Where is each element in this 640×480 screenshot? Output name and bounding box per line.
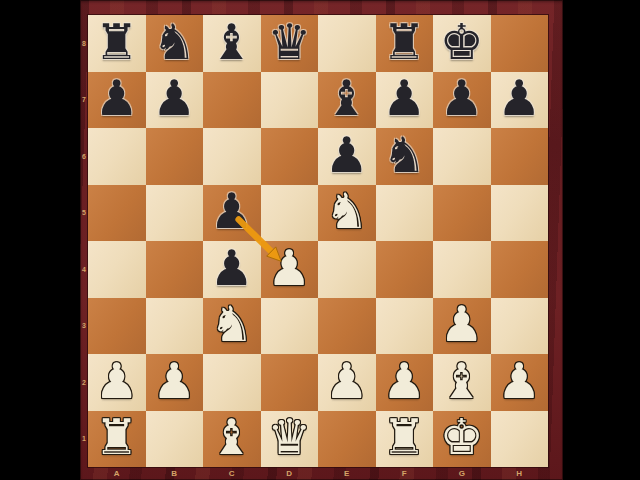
white-pawn: ♟ <box>95 357 139 406</box>
square-b3[interactable] <box>146 298 204 355</box>
file-label-g: G <box>433 467 491 480</box>
white-pawn: ♟ <box>382 357 426 406</box>
square-e5[interactable]: ♞ <box>318 185 376 242</box>
white-knight: ♞ <box>325 187 369 236</box>
square-a3[interactable] <box>88 298 146 355</box>
file-label-f: F <box>376 467 434 480</box>
square-a8[interactable]: ♜ <box>88 15 146 72</box>
square-a6[interactable] <box>88 128 146 185</box>
square-d4[interactable]: ♟ <box>261 241 319 298</box>
square-g2[interactable]: ♝ <box>433 354 491 411</box>
square-e8[interactable] <box>318 15 376 72</box>
white-pawn: ♟ <box>267 244 311 293</box>
square-c6[interactable] <box>203 128 261 185</box>
black-bishop: ♝ <box>210 18 254 67</box>
square-a5[interactable] <box>88 185 146 242</box>
rank-labels: 87654321 <box>80 15 88 467</box>
square-g6[interactable] <box>433 128 491 185</box>
square-b1[interactable] <box>146 411 204 468</box>
video-frame: 87654321 ♜♞♝♛♜♚♟♟♝♟♟♟♟♞♟♞♟♟♞♟♟♟♟♟♝♟♜♝♛♜♚… <box>0 0 640 480</box>
file-labels: ABCDEFGH <box>88 467 548 480</box>
rank-label-7: 7 <box>80 72 88 129</box>
square-d8[interactable]: ♛ <box>261 15 319 72</box>
black-bishop: ♝ <box>325 74 369 123</box>
black-pawn: ♟ <box>210 187 254 236</box>
black-pawn: ♟ <box>497 74 541 123</box>
square-b7[interactable]: ♟ <box>146 72 204 129</box>
square-h1[interactable] <box>491 411 549 468</box>
square-h8[interactable] <box>491 15 549 72</box>
square-b4[interactable] <box>146 241 204 298</box>
square-e1[interactable] <box>318 411 376 468</box>
square-c7[interactable] <box>203 72 261 129</box>
square-g1[interactable]: ♚ <box>433 411 491 468</box>
board-frame: 87654321 ♜♞♝♛♜♚♟♟♝♟♟♟♟♞♟♞♟♟♞♟♟♟♟♟♝♟♜♝♛♜♚… <box>80 0 563 480</box>
white-pawn: ♟ <box>497 357 541 406</box>
square-f8[interactable]: ♜ <box>376 15 434 72</box>
square-b8[interactable]: ♞ <box>146 15 204 72</box>
square-g7[interactable]: ♟ <box>433 72 491 129</box>
square-h2[interactable]: ♟ <box>491 354 549 411</box>
square-h7[interactable]: ♟ <box>491 72 549 129</box>
rank-label-1: 1 <box>80 411 88 468</box>
white-knight: ♞ <box>210 300 254 349</box>
square-g5[interactable] <box>433 185 491 242</box>
rank-label-5: 5 <box>80 185 88 242</box>
white-pawn: ♟ <box>325 357 369 406</box>
square-e7[interactable]: ♝ <box>318 72 376 129</box>
file-label-e: E <box>318 467 376 480</box>
square-a2[interactable]: ♟ <box>88 354 146 411</box>
square-d2[interactable] <box>261 354 319 411</box>
white-pawn: ♟ <box>440 300 484 349</box>
square-h6[interactable] <box>491 128 549 185</box>
white-queen: ♛ <box>267 413 311 462</box>
file-label-b: B <box>146 467 204 480</box>
square-f5[interactable] <box>376 185 434 242</box>
black-pawn: ♟ <box>210 244 254 293</box>
square-a4[interactable] <box>88 241 146 298</box>
square-c8[interactable]: ♝ <box>203 15 261 72</box>
rank-label-8: 8 <box>80 15 88 72</box>
rank-label-6: 6 <box>80 128 88 185</box>
square-g3[interactable]: ♟ <box>433 298 491 355</box>
square-g8[interactable]: ♚ <box>433 15 491 72</box>
white-king: ♚ <box>440 413 484 462</box>
letterbox-right <box>563 0 640 480</box>
file-label-a: A <box>88 467 146 480</box>
square-d7[interactable] <box>261 72 319 129</box>
file-label-h: H <box>491 467 549 480</box>
square-e3[interactable] <box>318 298 376 355</box>
white-rook: ♜ <box>382 413 426 462</box>
square-e6[interactable]: ♟ <box>318 128 376 185</box>
black-queen: ♛ <box>267 18 311 67</box>
file-label-c: C <box>203 467 261 480</box>
square-f1[interactable]: ♜ <box>376 411 434 468</box>
square-f4[interactable] <box>376 241 434 298</box>
white-rook: ♜ <box>95 413 139 462</box>
square-b6[interactable] <box>146 128 204 185</box>
square-a7[interactable]: ♟ <box>88 72 146 129</box>
square-c2[interactable] <box>203 354 261 411</box>
file-label-d: D <box>261 467 319 480</box>
square-d6[interactable] <box>261 128 319 185</box>
square-c3[interactable]: ♞ <box>203 298 261 355</box>
square-c5[interactable]: ♟ <box>203 185 261 242</box>
square-f3[interactable] <box>376 298 434 355</box>
black-knight: ♞ <box>152 18 196 67</box>
square-g4[interactable] <box>433 241 491 298</box>
square-h5[interactable] <box>491 185 549 242</box>
square-b5[interactable] <box>146 185 204 242</box>
square-f6[interactable]: ♞ <box>376 128 434 185</box>
rank-label-2: 2 <box>80 354 88 411</box>
square-c1[interactable]: ♝ <box>203 411 261 468</box>
square-d3[interactable] <box>261 298 319 355</box>
rank-label-4: 4 <box>80 241 88 298</box>
square-d1[interactable]: ♛ <box>261 411 319 468</box>
square-c4[interactable]: ♟ <box>203 241 261 298</box>
square-b2[interactable]: ♟ <box>146 354 204 411</box>
square-f7[interactable]: ♟ <box>376 72 434 129</box>
black-king: ♚ <box>440 18 484 67</box>
chess-board: ♜♞♝♛♜♚♟♟♝♟♟♟♟♞♟♞♟♟♞♟♟♟♟♟♝♟♜♝♛♜♚ <box>88 15 548 467</box>
letterbox-left <box>0 0 80 480</box>
square-e4[interactable] <box>318 241 376 298</box>
black-rook: ♜ <box>95 18 139 67</box>
black-pawn: ♟ <box>440 74 484 123</box>
square-h4[interactable] <box>491 241 549 298</box>
rank-label-3: 3 <box>80 298 88 355</box>
square-f2[interactable]: ♟ <box>376 354 434 411</box>
black-rook: ♜ <box>382 18 426 67</box>
black-knight: ♞ <box>382 131 426 180</box>
black-pawn: ♟ <box>95 74 139 123</box>
white-bishop: ♝ <box>440 357 484 406</box>
square-h3[interactable] <box>491 298 549 355</box>
black-pawn: ♟ <box>152 74 196 123</box>
square-a1[interactable]: ♜ <box>88 411 146 468</box>
white-pawn: ♟ <box>152 357 196 406</box>
black-pawn: ♟ <box>325 131 369 180</box>
black-pawn: ♟ <box>382 74 426 123</box>
white-bishop: ♝ <box>210 413 254 462</box>
square-d5[interactable] <box>261 185 319 242</box>
square-e2[interactable]: ♟ <box>318 354 376 411</box>
